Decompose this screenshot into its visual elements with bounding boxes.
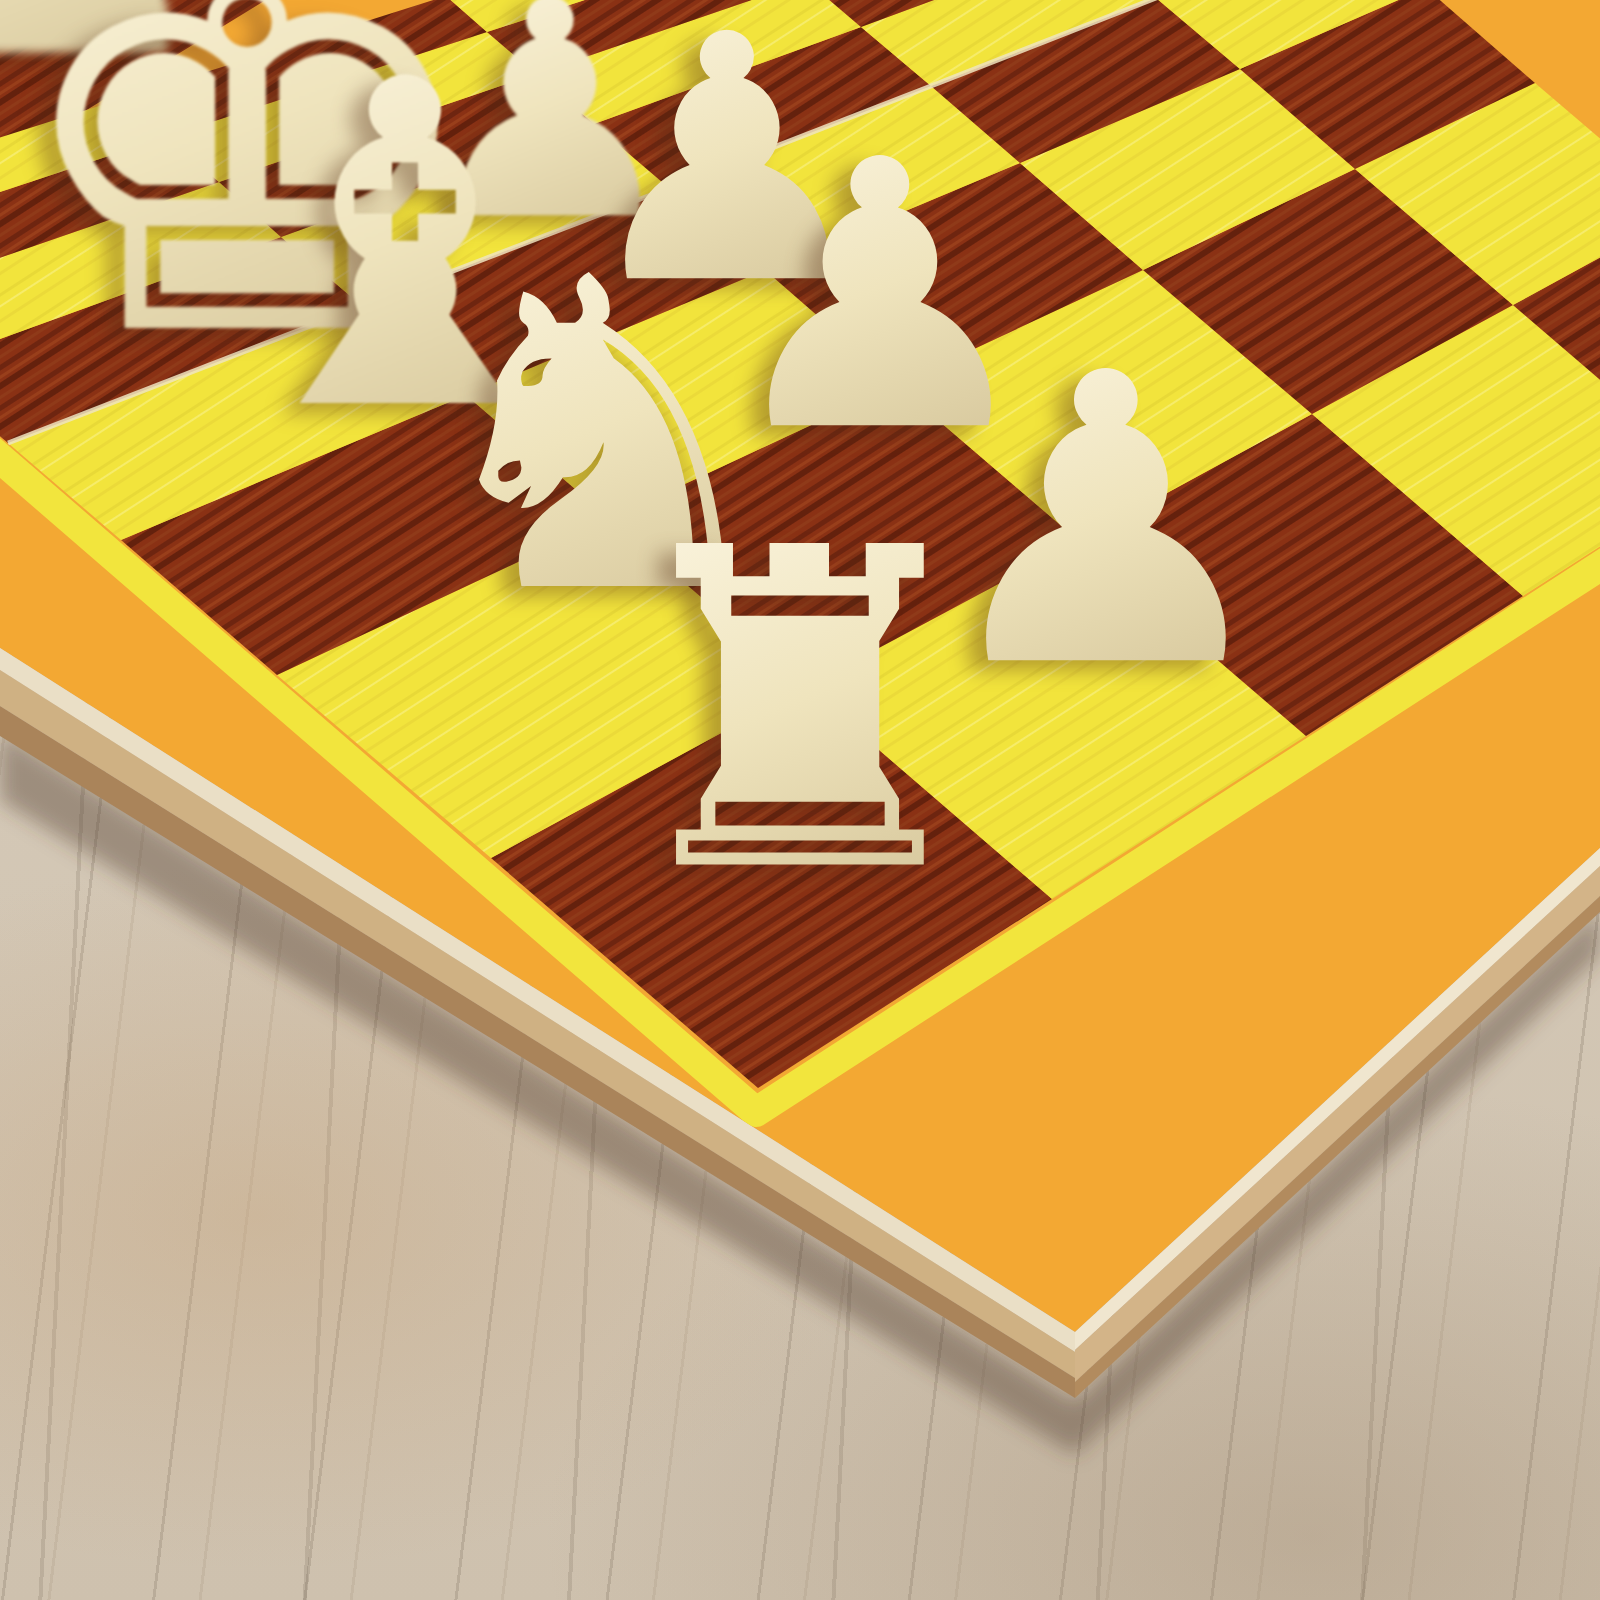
photo-scene: ♟♚♟♝♟♞♟♟♜ bbox=[0, 0, 1600, 1600]
chessboard bbox=[0, 0, 1600, 1600]
